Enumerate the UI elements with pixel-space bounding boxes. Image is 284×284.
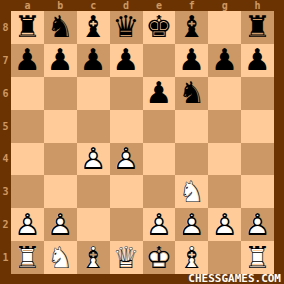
white-pawn[interactable]: ♟♙	[77, 143, 110, 176]
white-pawn[interactable]: ♟♙	[208, 208, 241, 241]
square-e3[interactable]	[143, 175, 176, 208]
square-b7[interactable]: ♟	[44, 44, 77, 77]
square-c7[interactable]: ♟	[77, 44, 110, 77]
square-b8[interactable]: ♞	[44, 11, 77, 44]
rank-label-8: 8	[0, 11, 11, 44]
white-pawn[interactable]: ♟♙	[241, 208, 274, 241]
piece-glyph-outline: ♗	[175, 241, 208, 274]
piece-glyph-outline: ♙	[175, 208, 208, 241]
square-c8[interactable]: ♝	[77, 11, 110, 44]
piece-glyph-fill: ♝	[77, 11, 110, 44]
square-g6[interactable]	[208, 77, 241, 110]
board: ♜♞♝♛♚♝♜♟♟♟♟♟♟♟♟♞♟♙♟♙♞♘♟♙♟♙♟♙♟♙♟♙♟♙♜♖♞♘♝♗…	[11, 11, 274, 274]
square-g1[interactable]	[208, 241, 241, 274]
square-h7[interactable]: ♟	[241, 44, 274, 77]
chessgames-branding: CHESSGAMES.COM	[188, 274, 281, 284]
square-h4[interactable]	[241, 143, 274, 176]
piece-glyph-fill: ♝	[175, 11, 208, 44]
rank-label-3: 3	[0, 175, 11, 208]
square-b5[interactable]	[44, 110, 77, 143]
piece-glyph-outline: ♙	[143, 208, 176, 241]
black-bishop[interactable]: ♝	[77, 11, 110, 44]
square-a8[interactable]: ♜	[11, 11, 44, 44]
white-knight[interactable]: ♞♘	[44, 241, 77, 274]
square-g8[interactable]	[208, 11, 241, 44]
square-g3[interactable]	[208, 175, 241, 208]
white-pawn[interactable]: ♟♙	[175, 208, 208, 241]
rank-label-2: 2	[0, 208, 11, 241]
square-a1[interactable]: ♜♖	[11, 241, 44, 274]
piece-glyph-outline: ♙	[208, 208, 241, 241]
piece-glyph-outline: ♙	[11, 208, 44, 241]
square-a5[interactable]	[11, 110, 44, 143]
square-f2[interactable]: ♟♙	[175, 208, 208, 241]
black-pawn[interactable]: ♟	[110, 44, 143, 77]
square-d3[interactable]	[110, 175, 143, 208]
square-c3[interactable]	[77, 175, 110, 208]
square-g7[interactable]: ♟	[208, 44, 241, 77]
square-h8[interactable]: ♜	[241, 11, 274, 44]
square-c1[interactable]: ♝♗	[77, 241, 110, 274]
square-f3[interactable]: ♞♘	[175, 175, 208, 208]
square-a2[interactable]: ♟♙	[11, 208, 44, 241]
square-g5[interactable]	[208, 110, 241, 143]
square-c5[interactable]	[77, 110, 110, 143]
black-pawn[interactable]: ♟	[44, 44, 77, 77]
black-rook[interactable]: ♜	[11, 11, 44, 44]
square-b3[interactable]	[44, 175, 77, 208]
white-pawn[interactable]: ♟♙	[143, 208, 176, 241]
white-pawn[interactable]: ♟♙	[110, 143, 143, 176]
square-d6[interactable]	[110, 77, 143, 110]
black-pawn[interactable]: ♟	[208, 44, 241, 77]
square-d5[interactable]	[110, 110, 143, 143]
white-pawn[interactable]: ♟♙	[44, 208, 77, 241]
rank-label-1: 1	[0, 241, 11, 274]
piece-glyph-fill: ♟	[44, 44, 77, 77]
piece-glyph-outline: ♘	[175, 175, 208, 208]
piece-glyph-fill: ♟	[11, 44, 44, 77]
piece-glyph-fill: ♟	[175, 44, 208, 77]
black-king[interactable]: ♚	[143, 11, 176, 44]
piece-glyph-outline: ♙	[44, 208, 77, 241]
piece-glyph-outline: ♙	[77, 143, 110, 176]
piece-glyph-fill: ♟	[208, 44, 241, 77]
square-e7[interactable]	[143, 44, 176, 77]
piece-glyph-fill: ♟	[77, 44, 110, 77]
square-e8[interactable]: ♚	[143, 11, 176, 44]
square-h6[interactable]	[241, 77, 274, 110]
piece-glyph-outline: ♕	[110, 241, 143, 274]
black-knight[interactable]: ♞	[44, 11, 77, 44]
square-f5[interactable]	[175, 110, 208, 143]
square-d4[interactable]: ♟♙	[110, 143, 143, 176]
piece-glyph-outline: ♙	[110, 143, 143, 176]
square-e6[interactable]: ♟	[143, 77, 176, 110]
square-f1[interactable]: ♝♗	[175, 241, 208, 274]
rank-label-5: 5	[0, 110, 11, 143]
square-f6[interactable]: ♞	[175, 77, 208, 110]
square-b6[interactable]	[44, 77, 77, 110]
square-f7[interactable]: ♟	[175, 44, 208, 77]
white-bishop[interactable]: ♝♗	[175, 241, 208, 274]
white-queen[interactable]: ♛♕	[110, 241, 143, 274]
white-bishop[interactable]: ♝♗	[77, 241, 110, 274]
white-knight[interactable]: ♞♘	[175, 175, 208, 208]
white-pawn[interactable]: ♟♙	[11, 208, 44, 241]
square-a3[interactable]	[11, 175, 44, 208]
square-b4[interactable]	[44, 143, 77, 176]
rank-label-7: 7	[0, 44, 11, 77]
rank-labels: 87654321	[0, 11, 11, 274]
piece-glyph-fill: ♜	[241, 11, 274, 44]
square-h2[interactable]: ♟♙	[241, 208, 274, 241]
square-d1[interactable]: ♛♕	[110, 241, 143, 274]
piece-glyph-outline: ♖	[241, 241, 274, 274]
square-g2[interactable]: ♟♙	[208, 208, 241, 241]
square-a4[interactable]	[11, 143, 44, 176]
black-pawn[interactable]: ♟	[143, 77, 176, 110]
square-g4[interactable]	[208, 143, 241, 176]
white-rook[interactable]: ♜♖	[11, 241, 44, 274]
square-f8[interactable]: ♝	[175, 11, 208, 44]
rank-label-6: 6	[0, 77, 11, 110]
square-h3[interactable]	[241, 175, 274, 208]
piece-glyph-fill: ♟	[110, 44, 143, 77]
black-pawn[interactable]: ♟	[241, 44, 274, 77]
square-a6[interactable]	[11, 77, 44, 110]
chess-board-diagram: abcdefgh 87654321 ♜♞♝♛♚♝♜♟♟♟♟♟♟♟♟♞♟♙♟♙♞♘…	[0, 0, 284, 284]
square-e1[interactable]: ♚♔	[143, 241, 176, 274]
black-rook[interactable]: ♜	[241, 11, 274, 44]
piece-glyph-fill: ♞	[44, 11, 77, 44]
square-d8[interactable]: ♛	[110, 11, 143, 44]
rank-label-4: 4	[0, 143, 11, 176]
piece-glyph-outline: ♔	[143, 241, 176, 274]
square-a7[interactable]: ♟	[11, 44, 44, 77]
square-h5[interactable]	[241, 110, 274, 143]
white-king[interactable]: ♚♔	[143, 241, 176, 274]
square-c2[interactable]	[77, 208, 110, 241]
piece-glyph-fill: ♛	[110, 11, 143, 44]
square-e4[interactable]	[143, 143, 176, 176]
black-knight[interactable]: ♞	[175, 77, 208, 110]
piece-glyph-fill: ♜	[11, 11, 44, 44]
square-f4[interactable]	[175, 143, 208, 176]
piece-glyph-fill: ♚	[143, 11, 176, 44]
square-c6[interactable]	[77, 77, 110, 110]
square-c4[interactable]: ♟♙	[77, 143, 110, 176]
square-h1[interactable]: ♜♖	[241, 241, 274, 274]
square-b1[interactable]: ♞♘	[44, 241, 77, 274]
piece-glyph-outline: ♖	[11, 241, 44, 274]
black-bishop[interactable]: ♝	[175, 11, 208, 44]
square-d2[interactable]	[110, 208, 143, 241]
piece-glyph-outline: ♙	[241, 208, 274, 241]
square-b2[interactable]: ♟♙	[44, 208, 77, 241]
piece-glyph-fill: ♞	[175, 77, 208, 110]
piece-glyph-outline: ♗	[77, 241, 110, 274]
black-pawn[interactable]: ♟	[175, 44, 208, 77]
black-queen[interactable]: ♛	[110, 11, 143, 44]
piece-glyph-outline: ♘	[44, 241, 77, 274]
black-pawn[interactable]: ♟	[77, 44, 110, 77]
piece-glyph-fill: ♟	[143, 77, 176, 110]
square-e5[interactable]	[143, 110, 176, 143]
square-e2[interactable]: ♟♙	[143, 208, 176, 241]
black-pawn[interactable]: ♟	[11, 44, 44, 77]
piece-glyph-fill: ♟	[241, 44, 274, 77]
square-d7[interactable]: ♟	[110, 44, 143, 77]
white-rook[interactable]: ♜♖	[241, 241, 274, 274]
file-label-g: g	[208, 0, 241, 11]
